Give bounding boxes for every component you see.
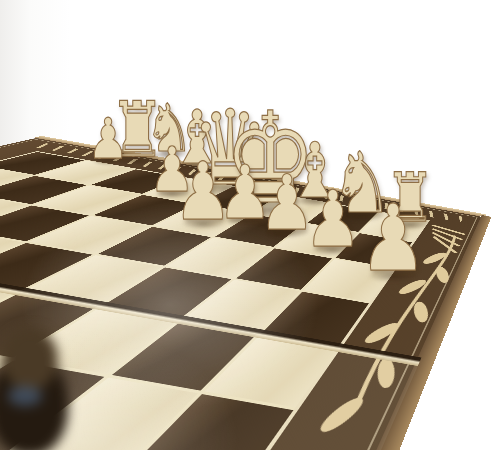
blur-blob bbox=[2, 328, 58, 390]
photo-scene: ♞♜♟♝♛♟♝♚♞♟♟♜♟♟♟ bbox=[0, 0, 500, 450]
blur-blob bbox=[8, 386, 42, 406]
out-of-focus-piece bbox=[0, 328, 98, 450]
white-knight-b1[interactable]: ♞ bbox=[145, 96, 194, 162]
